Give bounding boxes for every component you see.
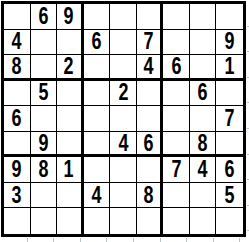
cell-r6c7[interactable]	[163, 132, 190, 158]
cell-r4c2[interactable]: 5	[31, 81, 58, 107]
cell-r5c9[interactable]: 7	[216, 106, 243, 132]
cell-r9c2[interactable]	[31, 208, 58, 234]
grid-edge-ticks-bottom	[1, 238, 246, 242]
given-digit: 6	[198, 81, 208, 104]
cell-r1c9[interactable]	[216, 4, 243, 30]
cell-r3c1[interactable]: 8	[4, 55, 31, 81]
cell-r3c2[interactable]	[31, 55, 58, 81]
cell-r3c7[interactable]: 6	[163, 55, 190, 81]
cell-r6c4[interactable]	[84, 132, 111, 158]
cell-r2c5[interactable]	[110, 30, 137, 56]
cell-r1c8[interactable]	[190, 4, 217, 30]
cell-r8c3[interactable]	[57, 183, 84, 209]
cell-r4c8[interactable]: 6	[190, 81, 217, 107]
cell-r7c2[interactable]: 8	[31, 157, 58, 183]
given-digit: 9	[38, 132, 48, 155]
cell-r2c6[interactable]: 7	[137, 30, 164, 56]
given-digit: 6	[12, 107, 22, 130]
given-digit: 6	[144, 132, 154, 155]
cell-r4c6[interactable]	[137, 81, 164, 107]
given-digit: 8	[144, 184, 154, 207]
given-digit: 8	[198, 132, 208, 155]
cell-r8c4[interactable]: 4	[84, 183, 111, 209]
given-digit: 4	[91, 184, 101, 207]
cell-r2c3[interactable]	[57, 30, 84, 56]
cell-r9c5[interactable]	[110, 208, 137, 234]
grid-edge-ticks-right	[247, 1, 249, 237]
cell-r1c3[interactable]: 9	[57, 4, 84, 30]
cell-r9c7[interactable]	[163, 208, 190, 234]
cell-r7c4[interactable]	[84, 157, 111, 183]
cell-r6c2[interactable]: 9	[31, 132, 58, 158]
given-digit: 2	[64, 55, 74, 78]
given-digit: 1	[64, 158, 74, 181]
cell-r4c4[interactable]	[84, 81, 111, 107]
cell-r2c1[interactable]: 4	[4, 30, 31, 56]
cell-r9c1[interactable]	[4, 208, 31, 234]
cell-r8c6[interactable]: 8	[137, 183, 164, 209]
cell-r1c4[interactable]	[84, 4, 111, 30]
cell-r2c8[interactable]	[190, 30, 217, 56]
cell-r4c5[interactable]: 2	[110, 81, 137, 107]
cell-r7c3[interactable]: 1	[57, 157, 84, 183]
cell-r5c5[interactable]	[110, 106, 137, 132]
cell-r8c5[interactable]	[110, 183, 137, 209]
given-digit: 9	[225, 30, 235, 53]
given-digit: 6	[225, 158, 235, 181]
given-digit: 4	[198, 158, 208, 181]
cell-r4c1[interactable]	[4, 81, 31, 107]
cell-r5c4[interactable]	[84, 106, 111, 132]
given-digit: 8	[38, 158, 48, 181]
given-digit: 7	[171, 158, 181, 181]
cell-r3c9[interactable]: 1	[216, 55, 243, 81]
given-digit: 9	[64, 5, 74, 28]
given-digit: 2	[118, 81, 128, 104]
given-digit: 9	[12, 158, 22, 181]
cell-r6c3[interactable]	[57, 132, 84, 158]
cell-r2c2[interactable]	[31, 30, 58, 56]
given-digit: 6	[171, 55, 181, 78]
given-digit: 7	[225, 107, 235, 130]
given-digit: 6	[38, 5, 48, 28]
cell-r2c7[interactable]	[163, 30, 190, 56]
cell-r2c4[interactable]: 6	[84, 30, 111, 56]
cell-r3c4[interactable]	[84, 55, 111, 81]
sudoku-page: 694679824615266794689817463485	[0, 0, 249, 242]
cell-r1c2[interactable]: 6	[31, 4, 58, 30]
cell-r9c6[interactable]	[137, 208, 164, 234]
cell-r7c1[interactable]: 9	[4, 157, 31, 183]
cell-r6c8[interactable]: 8	[190, 132, 217, 158]
given-digit: 6	[91, 30, 101, 53]
cell-r6c6[interactable]: 6	[137, 132, 164, 158]
cell-r5c6[interactable]	[137, 106, 164, 132]
cell-r1c5[interactable]	[110, 4, 137, 30]
cell-r3c8[interactable]	[190, 55, 217, 81]
cell-r6c5[interactable]: 4	[110, 132, 137, 158]
given-digit: 8	[12, 55, 22, 78]
given-digit: 5	[225, 184, 235, 207]
given-digit: 3	[12, 184, 22, 207]
cell-r6c9[interactable]	[216, 132, 243, 158]
cell-r8c9[interactable]: 5	[216, 183, 243, 209]
cell-r7c9[interactable]: 6	[216, 157, 243, 183]
cell-r4c3[interactable]	[57, 81, 84, 107]
cell-r8c7[interactable]	[163, 183, 190, 209]
cell-r5c8[interactable]	[190, 106, 217, 132]
cell-r9c9[interactable]	[216, 208, 243, 234]
cell-r6c1[interactable]	[4, 132, 31, 158]
cell-r5c1[interactable]: 6	[4, 106, 31, 132]
given-digit: 7	[144, 30, 154, 53]
given-digit: 4	[12, 30, 22, 53]
cell-r7c6[interactable]	[137, 157, 164, 183]
cell-r4c7[interactable]	[163, 81, 190, 107]
cell-r9c3[interactable]	[57, 208, 84, 234]
cell-r8c2[interactable]	[31, 183, 58, 209]
cell-r3c6[interactable]: 4	[137, 55, 164, 81]
sudoku-board: 694679824615266794689817463485	[1, 1, 246, 237]
cell-r7c5[interactable]	[110, 157, 137, 183]
given-digit: 1	[225, 55, 235, 78]
cell-r5c2[interactable]	[31, 106, 58, 132]
given-digit: 5	[38, 81, 48, 104]
cell-r7c8[interactable]: 4	[190, 157, 217, 183]
cell-r1c1[interactable]	[4, 4, 31, 30]
cell-r7c7[interactable]: 7	[163, 157, 190, 183]
cell-r5c3[interactable]	[57, 106, 84, 132]
cell-r9c4[interactable]	[84, 208, 111, 234]
cell-r9c8[interactable]	[190, 208, 217, 234]
cell-r5c7[interactable]	[163, 106, 190, 132]
cell-r3c3[interactable]: 2	[57, 55, 84, 81]
cell-r8c8[interactable]	[190, 183, 217, 209]
given-digit: 4	[118, 132, 128, 155]
cell-r3c5[interactable]	[110, 55, 137, 81]
cell-r1c6[interactable]	[137, 4, 164, 30]
given-digit: 4	[144, 55, 154, 78]
cell-r1c7[interactable]	[163, 4, 190, 30]
cell-r2c9[interactable]: 9	[216, 30, 243, 56]
cell-r8c1[interactable]: 3	[4, 183, 31, 209]
cell-r4c9[interactable]	[216, 81, 243, 107]
